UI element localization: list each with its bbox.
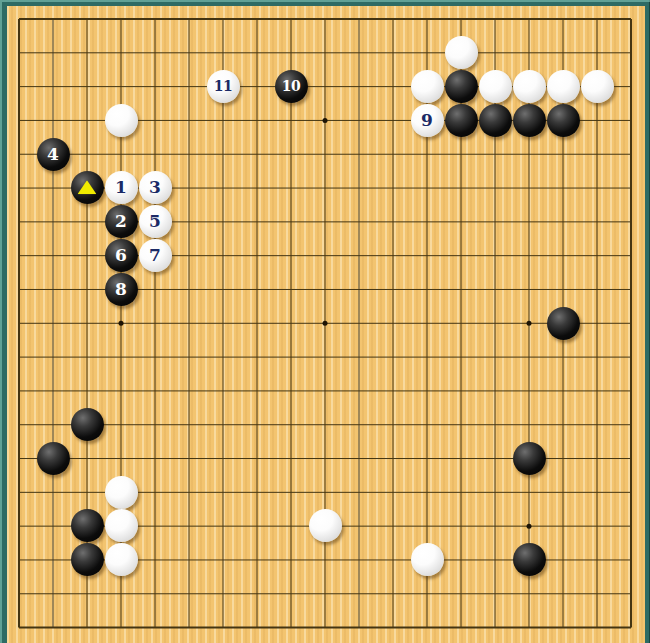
move-number: 10 xyxy=(275,70,308,103)
stone-black[interactable] xyxy=(547,307,580,340)
stone-black[interactable] xyxy=(513,442,546,475)
stone-black[interactable]: 10 xyxy=(275,70,308,103)
stone-black[interactable] xyxy=(445,70,478,103)
triangle-marker-icon xyxy=(78,180,97,194)
stone-white[interactable] xyxy=(445,36,478,69)
stone-black[interactable] xyxy=(71,171,104,204)
stone-white[interactable]: 3 xyxy=(139,171,172,204)
move-number: 4 xyxy=(37,138,70,171)
move-number: 3 xyxy=(139,171,172,204)
stone-white[interactable] xyxy=(581,70,614,103)
stone-white[interactable]: 11 xyxy=(207,70,240,103)
stone-black[interactable] xyxy=(513,104,546,137)
stone-black[interactable] xyxy=(547,104,580,137)
stone-white[interactable] xyxy=(309,509,342,542)
stone-black[interactable]: 4 xyxy=(37,138,70,171)
stone-white[interactable] xyxy=(105,543,138,576)
move-number: 5 xyxy=(139,205,172,238)
stone-white[interactable] xyxy=(105,476,138,509)
stone-black[interactable]: 2 xyxy=(105,205,138,238)
stone-black[interactable] xyxy=(71,543,104,576)
move-number: 8 xyxy=(105,273,138,306)
move-number: 6 xyxy=(105,239,138,272)
stone-white[interactable] xyxy=(547,70,580,103)
stone-white[interactable] xyxy=(513,70,546,103)
stone-black[interactable] xyxy=(513,543,546,576)
stone-white[interactable]: 7 xyxy=(139,239,172,272)
go-board-screenshot: 1110941325678 xyxy=(0,0,650,643)
stone-white[interactable] xyxy=(411,543,444,576)
stone-white[interactable]: 1 xyxy=(105,171,138,204)
stone-black[interactable] xyxy=(37,442,70,475)
move-number: 11 xyxy=(207,70,240,103)
stone-black[interactable] xyxy=(71,408,104,441)
stone-white[interactable] xyxy=(479,70,512,103)
stone-black[interactable]: 8 xyxy=(105,273,138,306)
stone-white[interactable] xyxy=(105,104,138,137)
move-number: 7 xyxy=(139,239,172,272)
move-number: 1 xyxy=(105,171,138,204)
stone-black[interactable] xyxy=(445,104,478,137)
stone-grid: 1110941325678 xyxy=(2,2,648,643)
stone-black[interactable] xyxy=(71,509,104,542)
stone-white[interactable] xyxy=(105,509,138,542)
stone-white[interactable] xyxy=(411,70,444,103)
move-number: 2 xyxy=(105,205,138,238)
stone-black[interactable]: 6 xyxy=(105,239,138,272)
stone-black[interactable] xyxy=(479,104,512,137)
move-number: 9 xyxy=(411,104,444,137)
stone-white[interactable]: 5 xyxy=(139,205,172,238)
stone-white[interactable]: 9 xyxy=(411,104,444,137)
